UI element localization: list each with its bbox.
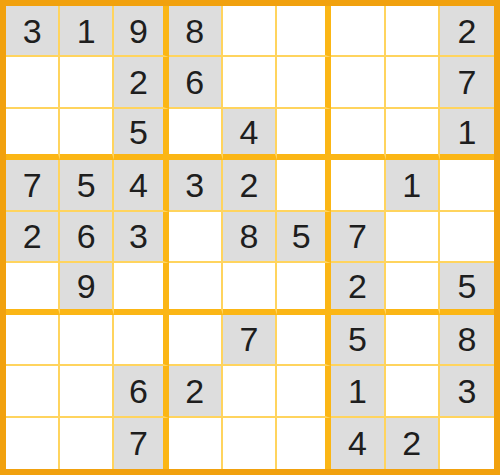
cell-r7c5[interactable]: 7 xyxy=(223,315,277,366)
cell-r1c6[interactable] xyxy=(277,6,331,57)
cell-r6c2[interactable]: 9 xyxy=(60,263,114,314)
cell-r3c3[interactable]: 5 xyxy=(114,109,168,160)
cell-value: 6 xyxy=(129,374,148,408)
cell-r2c5[interactable] xyxy=(223,57,277,108)
cell-value: 8 xyxy=(185,14,204,48)
cell-r7c8[interactable] xyxy=(386,315,440,366)
cell-value: 5 xyxy=(457,269,476,303)
cell-r7c7[interactable]: 5 xyxy=(331,315,385,366)
cell-r4c5[interactable]: 2 xyxy=(223,160,277,211)
cell-r9c3[interactable]: 7 xyxy=(114,418,168,469)
cell-r1c3[interactable]: 9 xyxy=(114,6,168,57)
cell-value: 2 xyxy=(185,374,204,408)
cell-value: 1 xyxy=(457,115,476,149)
cell-r8c6[interactable] xyxy=(277,366,331,417)
cell-r9c5[interactable] xyxy=(223,418,277,469)
cell-value: 7 xyxy=(348,219,367,253)
cell-value: 2 xyxy=(240,168,259,202)
cell-r4c9[interactable] xyxy=(440,160,494,211)
cell-value: 2 xyxy=(457,14,476,48)
cell-value: 2 xyxy=(348,269,367,303)
cell-value: 2 xyxy=(129,65,148,99)
cell-value: 6 xyxy=(185,65,204,99)
cell-r6c6[interactable] xyxy=(277,263,331,314)
cell-r2c8[interactable] xyxy=(386,57,440,108)
cell-r9c9[interactable] xyxy=(440,418,494,469)
cell-value: 5 xyxy=(129,115,148,149)
cell-r3c7[interactable] xyxy=(331,109,385,160)
cell-r2c1[interactable] xyxy=(6,57,60,108)
cell-r7c1[interactable] xyxy=(6,315,60,366)
cell-r5c7[interactable]: 7 xyxy=(331,212,385,263)
cell-r3c5[interactable]: 4 xyxy=(223,109,277,160)
cell-r9c1[interactable] xyxy=(6,418,60,469)
cell-r1c1[interactable]: 3 xyxy=(6,6,60,57)
cell-r5c3[interactable]: 3 xyxy=(114,212,168,263)
cell-r1c4[interactable]: 8 xyxy=(169,6,223,57)
cell-r7c4[interactable] xyxy=(169,315,223,366)
cell-value: 5 xyxy=(292,219,311,253)
cell-r8c8[interactable] xyxy=(386,366,440,417)
cell-r6c5[interactable] xyxy=(223,263,277,314)
cell-value: 3 xyxy=(23,14,42,48)
cell-value: 7 xyxy=(129,426,148,460)
cell-r4c8[interactable]: 1 xyxy=(386,160,440,211)
cell-r1c9[interactable]: 2 xyxy=(440,6,494,57)
cell-r5c5[interactable]: 8 xyxy=(223,212,277,263)
cell-value: 6 xyxy=(77,219,96,253)
cell-r1c8[interactable] xyxy=(386,6,440,57)
cell-r5c2[interactable]: 6 xyxy=(60,212,114,263)
cell-r9c6[interactable] xyxy=(277,418,331,469)
cell-r9c8[interactable]: 2 xyxy=(386,418,440,469)
cell-r2c6[interactable] xyxy=(277,57,331,108)
cell-r6c4[interactable] xyxy=(169,263,223,314)
cell-value: 4 xyxy=(240,115,259,149)
cell-r5c9[interactable] xyxy=(440,212,494,263)
cell-r1c2[interactable]: 1 xyxy=(60,6,114,57)
cell-r8c9[interactable]: 3 xyxy=(440,366,494,417)
cell-r5c1[interactable]: 2 xyxy=(6,212,60,263)
cell-r5c4[interactable] xyxy=(169,212,223,263)
cell-r8c4[interactable]: 2 xyxy=(169,366,223,417)
cell-value: 7 xyxy=(457,65,476,99)
cell-r3c6[interactable] xyxy=(277,109,331,160)
cell-value: 7 xyxy=(23,168,42,202)
cell-r6c9[interactable]: 5 xyxy=(440,263,494,314)
cell-r8c7[interactable]: 1 xyxy=(331,366,385,417)
cell-r4c3[interactable]: 4 xyxy=(114,160,168,211)
cell-value: 5 xyxy=(348,322,367,356)
cell-r2c4[interactable]: 6 xyxy=(169,57,223,108)
cell-r1c7[interactable] xyxy=(331,6,385,57)
sudoku-board: 319822675417543212638579257586213742 xyxy=(0,0,500,475)
cell-r4c7[interactable] xyxy=(331,160,385,211)
cell-r8c1[interactable] xyxy=(6,366,60,417)
cell-value: 2 xyxy=(23,219,42,253)
cell-value: 3 xyxy=(457,374,476,408)
cell-value: 2 xyxy=(402,426,421,460)
cell-r8c2[interactable] xyxy=(60,366,114,417)
cell-r8c3[interactable]: 6 xyxy=(114,366,168,417)
cell-value: 9 xyxy=(129,14,148,48)
cell-r7c3[interactable] xyxy=(114,315,168,366)
cell-r9c7[interactable]: 4 xyxy=(331,418,385,469)
cell-value: 5 xyxy=(77,168,96,202)
cell-r3c9[interactable]: 1 xyxy=(440,109,494,160)
cell-value: 7 xyxy=(240,322,259,356)
cell-r3c4[interactable] xyxy=(169,109,223,160)
cell-r4c2[interactable]: 5 xyxy=(60,160,114,211)
cell-value: 1 xyxy=(77,14,96,48)
cell-r2c2[interactable] xyxy=(60,57,114,108)
cell-r9c2[interactable] xyxy=(60,418,114,469)
cell-r2c7[interactable] xyxy=(331,57,385,108)
cell-r6c1[interactable] xyxy=(6,263,60,314)
cell-value: 4 xyxy=(348,426,367,460)
cell-value: 1 xyxy=(402,168,421,202)
cell-r6c8[interactable] xyxy=(386,263,440,314)
cell-value: 3 xyxy=(129,219,148,253)
cell-r8c5[interactable] xyxy=(223,366,277,417)
cell-r4c6[interactable] xyxy=(277,160,331,211)
cell-r7c2[interactable] xyxy=(60,315,114,366)
cell-r3c2[interactable] xyxy=(60,109,114,160)
cell-value: 8 xyxy=(457,322,476,356)
cell-value: 4 xyxy=(129,168,148,202)
cell-r5c8[interactable] xyxy=(386,212,440,263)
cell-r3c1[interactable] xyxy=(6,109,60,160)
cell-r7c9[interactable]: 8 xyxy=(440,315,494,366)
cell-r4c1[interactable]: 7 xyxy=(6,160,60,211)
cell-value: 8 xyxy=(240,219,259,253)
cell-value: 9 xyxy=(77,269,96,303)
cell-value: 1 xyxy=(348,374,367,408)
cell-r6c7[interactable]: 2 xyxy=(331,263,385,314)
cell-value: 3 xyxy=(185,168,204,202)
cell-r2c3[interactable]: 2 xyxy=(114,57,168,108)
cell-r7c6[interactable] xyxy=(277,315,331,366)
cell-r4c4[interactable]: 3 xyxy=(169,160,223,211)
cell-r2c9[interactable]: 7 xyxy=(440,57,494,108)
cell-r3c8[interactable] xyxy=(386,109,440,160)
cell-r5c6[interactable]: 5 xyxy=(277,212,331,263)
cell-r1c5[interactable] xyxy=(223,6,277,57)
cell-r6c3[interactable] xyxy=(114,263,168,314)
cell-r9c4[interactable] xyxy=(169,418,223,469)
